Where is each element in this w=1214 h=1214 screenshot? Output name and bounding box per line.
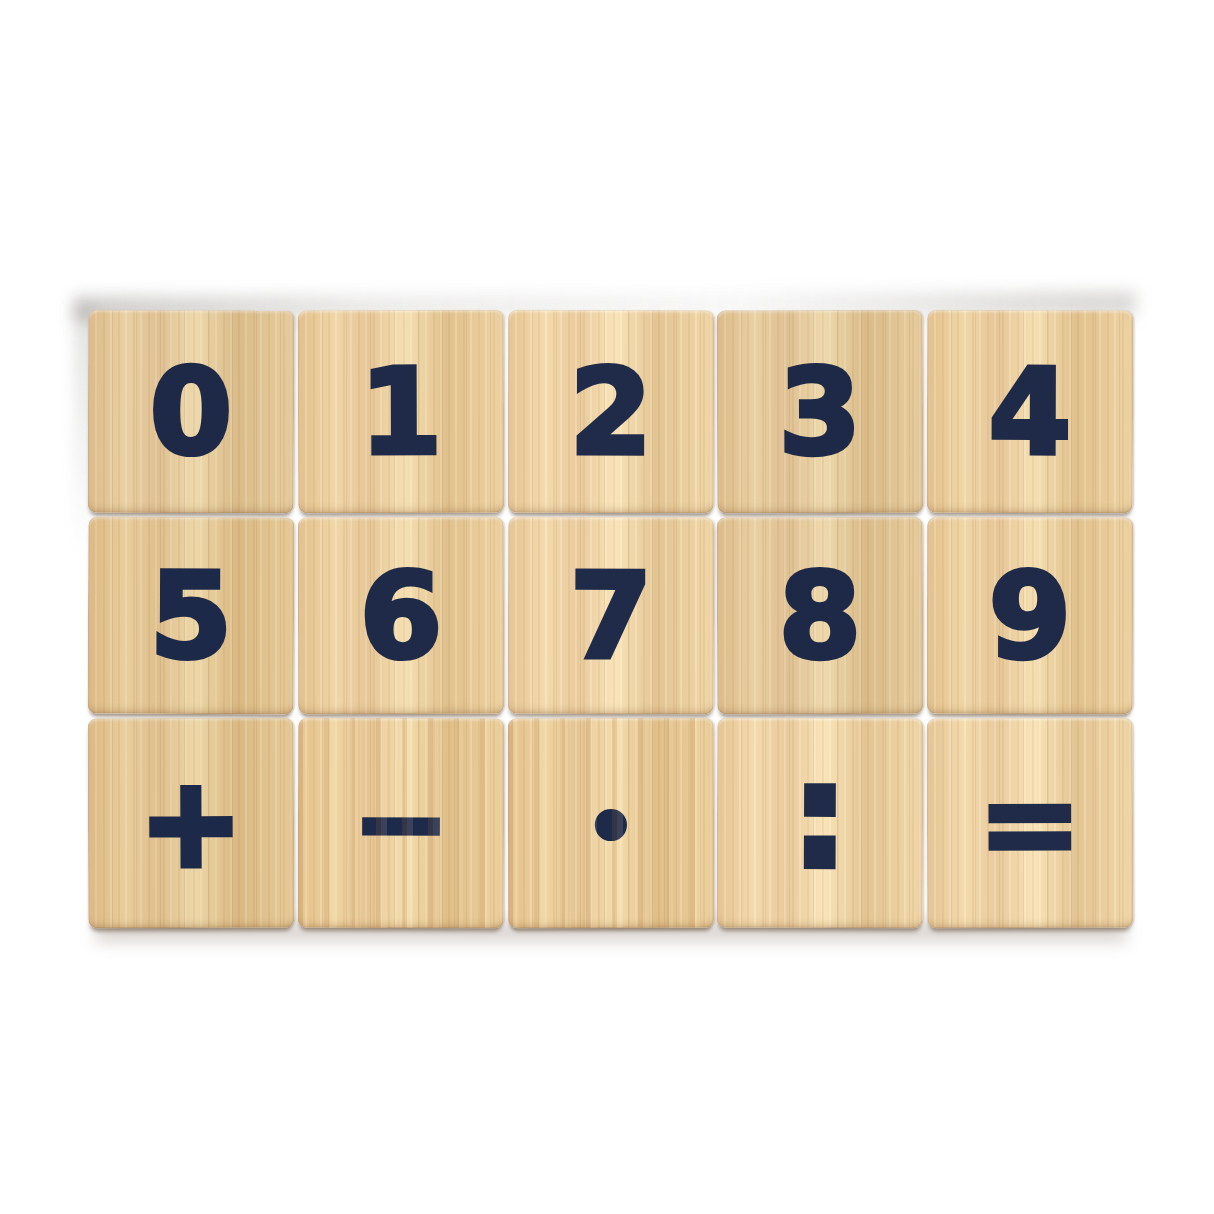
tile-8[interactable]: 8 [717, 517, 923, 715]
tile-7[interactable]: 7 [507, 517, 713, 715]
tile-0[interactable]: 0 [88, 310, 295, 514]
tile-6-glyph: 6 [360, 556, 442, 674]
tile-1-glyph: 1 [359, 352, 441, 470]
multiply-dot-glyph: • [583, 784, 638, 870]
tile-8-glyph: 8 [779, 556, 862, 674]
tile-3-glyph: 3 [779, 352, 862, 470]
tile-2[interactable]: 2 [507, 310, 713, 513]
tile-plus[interactable]: + [88, 718, 295, 929]
tile-7-glyph: 7 [569, 556, 651, 674]
tile-9-glyph: 9 [989, 556, 1071, 674]
tile-multiply-dot[interactable]: • [507, 718, 713, 928]
tile-3[interactable]: 3 [717, 310, 924, 514]
tile-divide-colon[interactable]: : [717, 718, 924, 929]
plus-glyph: + [140, 762, 243, 884]
tile-4[interactable]: 4 [927, 310, 1133, 514]
tile-1[interactable]: 1 [298, 310, 504, 514]
tile-0-glyph: 0 [150, 352, 233, 470]
equals-glyph: = [978, 761, 1082, 885]
math-tile-board: 0 1 2 3 4 5 6 7 8 9 + − • : = [88, 310, 1133, 928]
tile-5[interactable]: 5 [88, 517, 295, 715]
tile-2-glyph: 2 [569, 352, 651, 470]
tile-6[interactable]: 6 [298, 517, 504, 714]
tile-equals[interactable]: = [927, 718, 1133, 929]
tile-4-glyph: 4 [989, 352, 1071, 470]
minus-glyph: − [352, 765, 450, 881]
tile-9[interactable]: 9 [927, 517, 1133, 714]
tile-5-glyph: 5 [150, 556, 233, 674]
tile-minus[interactable]: − [298, 718, 504, 929]
divide-colon-glyph: : [791, 742, 850, 888]
